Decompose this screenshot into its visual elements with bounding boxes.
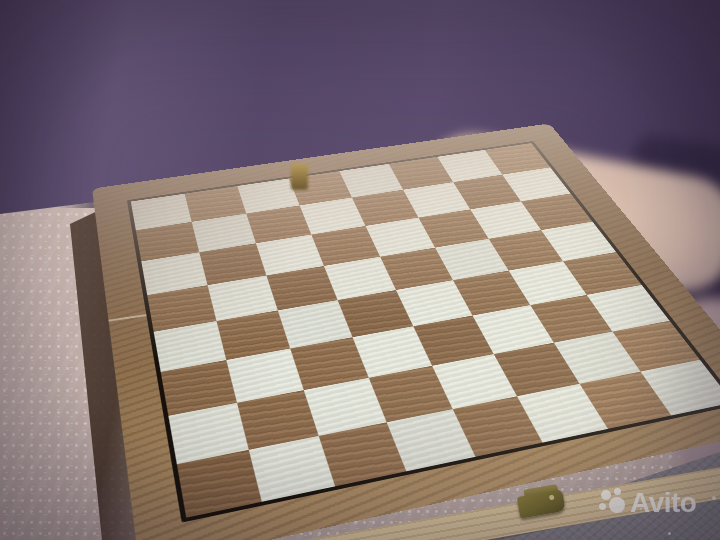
avito-logo-dot-icon <box>599 503 606 510</box>
avito-wordmark: Avito <box>630 487 696 519</box>
photo-scene: Avito <box>0 0 720 540</box>
fabric-speck <box>712 496 716 500</box>
fabric-speck <box>640 508 642 510</box>
avito-logo-dot-icon <box>609 497 625 513</box>
avito-watermark: Avito <box>597 487 720 529</box>
fabric-speck <box>668 532 671 535</box>
avito-logo-dot-icon <box>601 490 611 500</box>
avito-logo-dot-icon <box>614 488 621 495</box>
back-hinge <box>291 164 308 190</box>
